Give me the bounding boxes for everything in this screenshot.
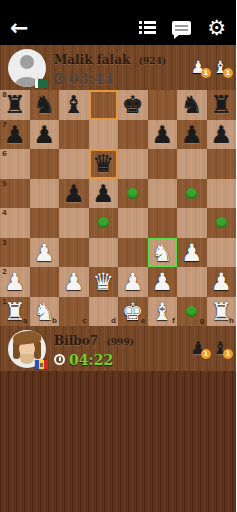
legal-move-dot[interactable]: [186, 306, 197, 317]
clock-icon: [54, 73, 65, 84]
square-g7[interactable]: ♟: [177, 120, 207, 150]
square-d8[interactable]: [89, 90, 119, 120]
square-b6[interactable]: [30, 149, 60, 179]
file-label: f: [172, 317, 175, 325]
square-g2[interactable]: [177, 267, 207, 297]
square-e4[interactable]: [118, 208, 148, 238]
rank-label: 3: [2, 239, 7, 247]
file-label: b: [52, 317, 57, 325]
square-a2[interactable]: 2♟: [0, 267, 30, 297]
black-pawn: ♟: [89, 179, 119, 209]
square-a5[interactable]: 5: [0, 179, 30, 209]
player-avatar[interactable]: [8, 330, 46, 368]
square-c8[interactable]: ♝: [59, 90, 89, 120]
player-bar-bottom: Bilbo7 (999) 04:22 ♟1 ♝1: [0, 326, 236, 371]
square-h7[interactable]: ♟: [207, 120, 237, 150]
count-badge: 1: [201, 68, 211, 78]
square-f8[interactable]: [148, 90, 178, 120]
square-e1[interactable]: e♚: [118, 297, 148, 327]
chess-board: 8♜♞♝♚♞♜7♟♟♟♟♟6♛5♟♟43♟♞♟2♟♟♛♟♟♟1a♜b♞cde♚f…: [0, 90, 236, 326]
black-pawn: ♟: [59, 179, 89, 209]
square-f1[interactable]: f♝: [148, 297, 178, 327]
black-pawn: ♟: [207, 120, 237, 150]
chat-icon[interactable]: [172, 21, 191, 35]
rank-label: 8: [2, 91, 7, 99]
square-e2[interactable]: ♟: [118, 267, 148, 297]
square-c5[interactable]: ♟: [59, 179, 89, 209]
square-b3[interactable]: ♟: [30, 238, 60, 268]
square-d1[interactable]: d: [89, 297, 119, 327]
file-label: c: [82, 317, 86, 325]
square-f4[interactable]: [148, 208, 178, 238]
square-b5[interactable]: [30, 179, 60, 209]
pakistan-flag-icon: [35, 79, 48, 88]
captured-white-bishop: ♝1: [213, 59, 228, 76]
opponent-rating: (924): [139, 56, 166, 66]
square-f3[interactable]: ♞: [148, 238, 178, 268]
square-c3[interactable]: [59, 238, 89, 268]
square-c6[interactable]: [59, 149, 89, 179]
file-label: e: [141, 317, 146, 325]
square-a6[interactable]: 6: [0, 149, 30, 179]
square-g6[interactable]: [177, 149, 207, 179]
black-queen: ♛: [89, 149, 119, 179]
square-e5[interactable]: [118, 179, 148, 209]
square-g5[interactable]: [177, 179, 207, 209]
player-bar-top: Malik falak (924) 03:43 ♟1 ♝1: [0, 45, 236, 90]
legal-move-dot[interactable]: [127, 188, 138, 199]
toolbar-icons: ⚙: [139, 20, 226, 36]
black-pawn: ♟: [177, 120, 207, 150]
square-e8[interactable]: ♚: [118, 90, 148, 120]
square-d7[interactable]: [89, 120, 119, 150]
white-queen: ♛: [89, 267, 119, 297]
square-a8[interactable]: 8♜: [0, 90, 30, 120]
moldova-flag-icon: [35, 360, 48, 369]
square-h6[interactable]: [207, 149, 237, 179]
opponent-avatar[interactable]: [8, 49, 46, 87]
square-h1[interactable]: h♜: [207, 297, 237, 327]
black-rook: ♜: [207, 90, 237, 120]
file-label: h: [229, 317, 234, 325]
square-d2[interactable]: ♛: [89, 267, 119, 297]
rank-label: 4: [2, 209, 7, 217]
count-badge: 1: [201, 349, 211, 359]
square-e3[interactable]: [118, 238, 148, 268]
square-c4[interactable]: [59, 208, 89, 238]
player-info: Bilbo7 (999) 04:22: [54, 330, 187, 368]
file-label: a: [23, 317, 28, 325]
file-label: g: [199, 317, 204, 325]
square-h8[interactable]: ♜: [207, 90, 237, 120]
rank-label: 5: [2, 180, 7, 188]
square-h4[interactable]: [207, 208, 237, 238]
black-knight: ♞: [177, 90, 207, 120]
rank-label: 2: [2, 268, 7, 276]
black-knight: ♞: [30, 90, 60, 120]
white-pawn: ♟: [207, 267, 237, 297]
clock-icon: [54, 354, 65, 365]
square-g1[interactable]: g: [177, 297, 207, 327]
black-pawn: ♟: [148, 120, 178, 150]
square-b1[interactable]: b♞: [30, 297, 60, 327]
captured-by-white: ♟1 ♝1: [191, 340, 229, 357]
square-b4[interactable]: [30, 208, 60, 238]
square-f5[interactable]: [148, 179, 178, 209]
rank-label: 6: [2, 150, 7, 158]
count-badge: 1: [223, 68, 233, 78]
file-label: d: [111, 317, 116, 325]
square-e7[interactable]: [118, 120, 148, 150]
black-king: ♚: [118, 90, 148, 120]
square-h2[interactable]: ♟: [207, 267, 237, 297]
app-screen: ← ⚙ Malik falak (924): [0, 0, 236, 512]
white-pawn: ♟: [148, 267, 178, 297]
square-c1[interactable]: c: [59, 297, 89, 327]
player-clock: 04:22: [69, 352, 113, 368]
square-h5[interactable]: [207, 179, 237, 209]
white-pawn: ♟: [118, 267, 148, 297]
rank-label: 1: [2, 298, 7, 306]
square-a4[interactable]: 4: [0, 208, 30, 238]
legal-move-dot[interactable]: [98, 217, 109, 228]
square-d3[interactable]: [89, 238, 119, 268]
square-d4[interactable]: [89, 208, 119, 238]
captured-black-bishop: ♝1: [213, 340, 228, 357]
player-rating: (999): [107, 337, 134, 347]
toolbar: ← ⚙: [0, 0, 236, 45]
legal-move-dot[interactable]: [216, 217, 227, 228]
white-knight: ♞: [148, 238, 178, 268]
square-f2[interactable]: ♟: [148, 267, 178, 297]
settings-gear-icon[interactable]: ⚙: [207, 20, 226, 36]
square-g3[interactable]: ♟: [177, 238, 207, 268]
captured-black-pawn: ♟1: [191, 340, 206, 357]
square-b2[interactable]: [30, 267, 60, 297]
white-pawn: ♟: [30, 238, 60, 268]
square-a1[interactable]: 1a♜: [0, 297, 30, 327]
square-c7[interactable]: [59, 120, 89, 150]
player-name: Bilbo7: [54, 334, 98, 348]
square-g4[interactable]: [177, 208, 207, 238]
square-c2[interactable]: ♟: [59, 267, 89, 297]
legal-move-dot[interactable]: [186, 188, 197, 199]
square-b7[interactable]: ♟: [30, 120, 60, 150]
captured-by-black: ♟1 ♝1: [191, 59, 229, 76]
white-pawn: ♟: [177, 238, 207, 268]
square-b8[interactable]: ♞: [30, 90, 60, 120]
count-badge: 1: [223, 349, 233, 359]
captured-white-pawn: ♟1: [191, 59, 206, 76]
square-h3[interactable]: [207, 238, 237, 268]
square-g8[interactable]: ♞: [177, 90, 207, 120]
back-arrow-icon[interactable]: ←: [10, 18, 28, 38]
black-pawn: ♟: [30, 120, 60, 150]
opponent-info: Malik falak (924) 03:43: [54, 49, 187, 87]
square-f6[interactable]: [148, 149, 178, 179]
square-f7[interactable]: ♟: [148, 120, 178, 150]
square-d6[interactable]: ♛: [89, 149, 119, 179]
square-e6[interactable]: [118, 149, 148, 179]
square-d5[interactable]: ♟: [89, 179, 119, 209]
white-pawn: ♟: [59, 267, 89, 297]
black-bishop: ♝: [59, 90, 89, 120]
background-wood: [0, 371, 236, 512]
opponent-name: Malik falak: [54, 53, 130, 67]
rank-label: 7: [2, 121, 7, 129]
square-a3[interactable]: 3: [0, 238, 30, 268]
opponent-clock: 03:43: [69, 71, 113, 87]
square-a7[interactable]: 7♟: [0, 120, 30, 150]
move-list-icon[interactable]: [139, 21, 156, 34]
